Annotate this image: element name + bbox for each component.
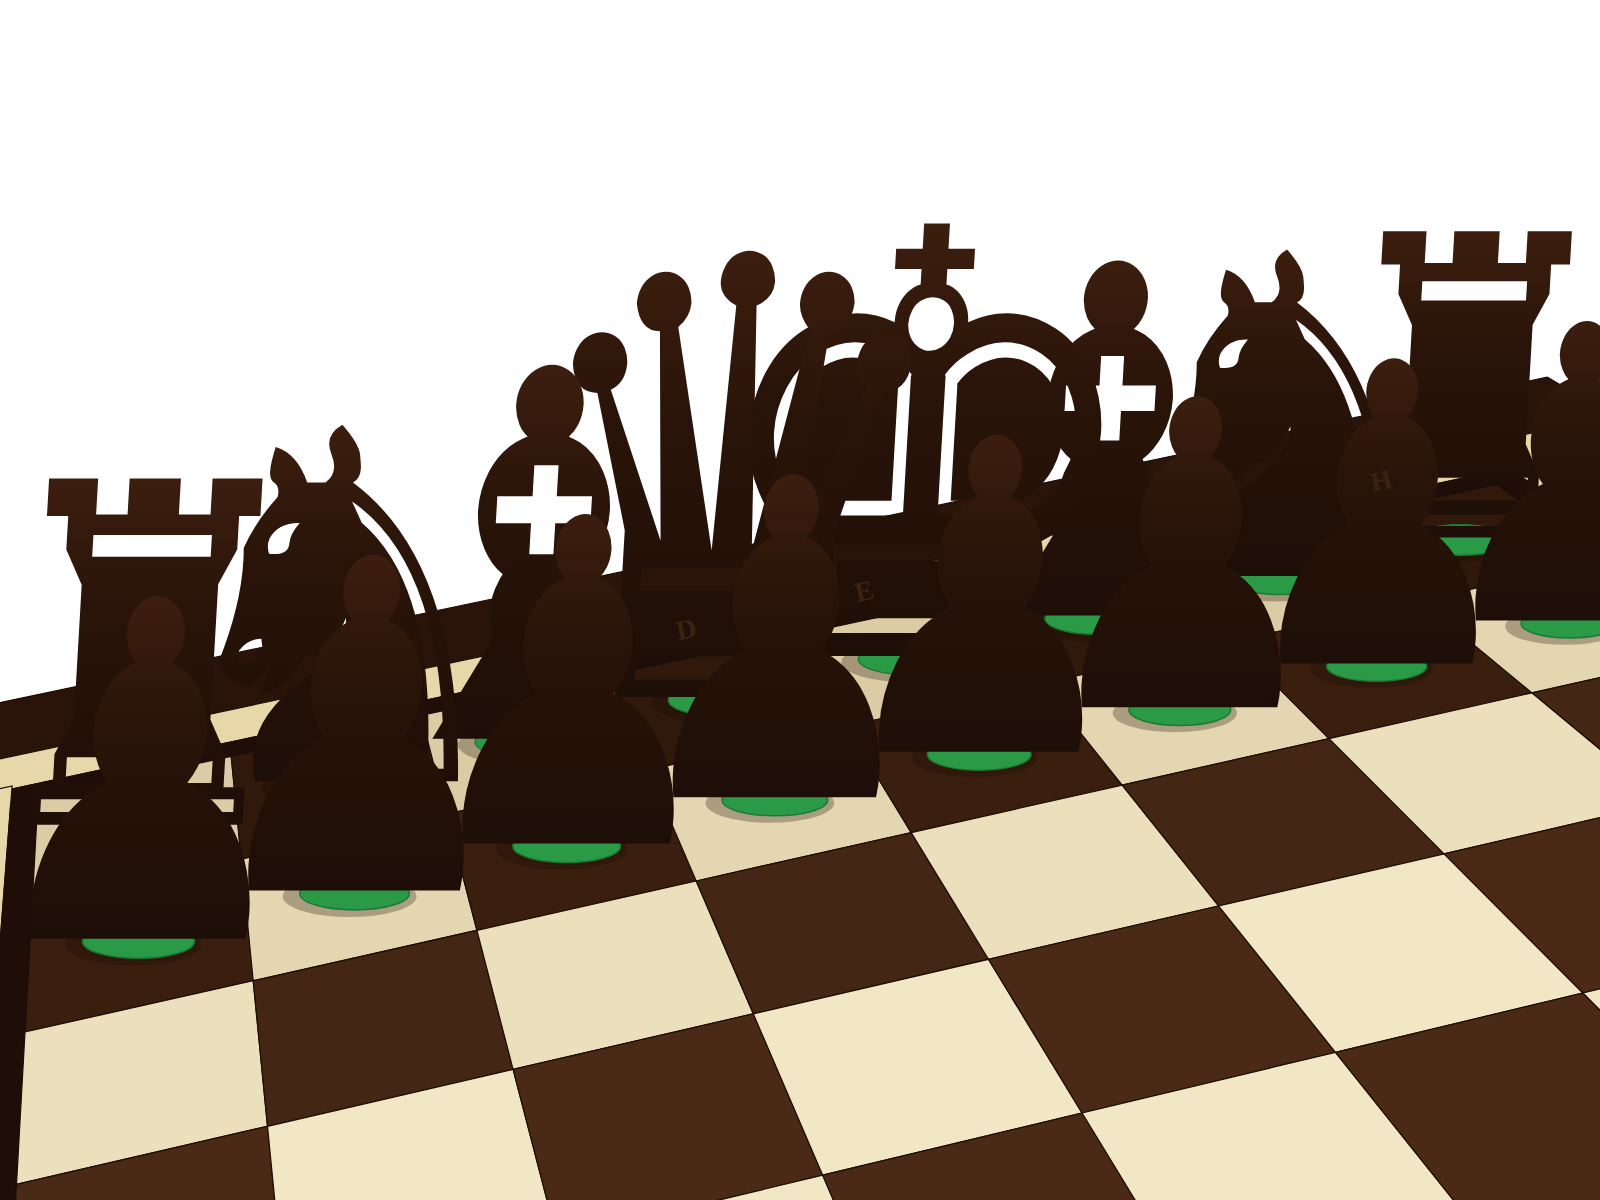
- chessboard: ♜♞♝♟♚♟♛♟♝♟♞♟♜♟♟♟ DEH38: [0, 0, 1600, 1200]
- black-pawn-icon: ♟: [0, 503, 327, 1049]
- piece-black-pawn-a2[interactable]: ♟: [0, 503, 327, 1049]
- chess-set-photo: ♜♞♝♟♚♟♛♟♝♟♞♟♜♟♟♟ DEH38: [0, 0, 1600, 1200]
